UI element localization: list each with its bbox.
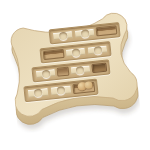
- dog-treat: [84, 81, 93, 89]
- puzzle-board: [7, 10, 142, 132]
- finger-dimple-icon: [34, 88, 43, 97]
- slider-block[interactable]: [52, 30, 74, 41]
- product-photo-scene: [0, 0, 150, 150]
- slider-block[interactable]: [74, 28, 96, 39]
- finger-dimple-icon: [93, 46, 102, 55]
- open-slot-with-treats: [72, 82, 95, 94]
- finger-dimple-icon: [41, 69, 50, 78]
- slider-block[interactable]: [69, 64, 91, 75]
- open-slot: [57, 67, 69, 77]
- slider-block[interactable]: [27, 87, 50, 99]
- finger-dimple-icon: [71, 48, 80, 57]
- slider-block[interactable]: [35, 68, 57, 79]
- finger-dimple-icon: [58, 31, 67, 40]
- slider-tracks: [7, 10, 140, 118]
- slider-block[interactable]: [87, 44, 109, 55]
- slider-block[interactable]: [50, 84, 73, 96]
- open-slot: [43, 49, 65, 60]
- finger-dimple-icon: [76, 65, 85, 74]
- slider-track-row-4: [23, 79, 98, 103]
- finger-dimple-icon: [80, 29, 89, 38]
- finger-dimple-icon: [57, 86, 66, 95]
- slider-block[interactable]: [65, 47, 87, 58]
- deep-compartment: [91, 63, 107, 74]
- open-slot: [96, 25, 118, 36]
